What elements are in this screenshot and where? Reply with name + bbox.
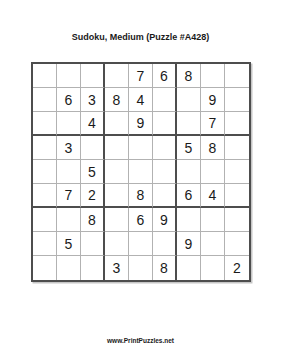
cell-r9c3[interactable] (81, 256, 105, 280)
cell-r6c6[interactable] (153, 184, 177, 208)
cell-r6c2: 7 (57, 184, 81, 208)
cell-r4c3[interactable] (81, 136, 105, 160)
cell-r9c2[interactable] (57, 256, 81, 280)
cell-r7c6: 9 (153, 208, 177, 232)
cell-r9c7[interactable] (177, 256, 201, 280)
cell-r9c5[interactable] (129, 256, 153, 280)
cell-r6c3: 2 (81, 184, 105, 208)
cell-r6c5: 8 (129, 184, 153, 208)
cell-r3c8: 7 (201, 112, 225, 136)
cell-r8c7: 9 (177, 232, 201, 256)
cell-r9c8[interactable] (201, 256, 225, 280)
cell-r8c3[interactable] (81, 232, 105, 256)
cell-r2c5: 4 (129, 88, 153, 112)
cell-r4c9[interactable] (225, 136, 249, 160)
cell-r8c5[interactable] (129, 232, 153, 256)
cell-r6c7: 6 (177, 184, 201, 208)
cell-r8c6[interactable] (153, 232, 177, 256)
footer-url: www.PrintPuzzles.net (0, 337, 281, 344)
cell-r5c3: 5 (81, 160, 105, 184)
sudoku-board: 7686384949735857286486959382 (31, 62, 251, 282)
cell-r8c8[interactable] (201, 232, 225, 256)
cell-r3c7[interactable] (177, 112, 201, 136)
cell-r5c8[interactable] (201, 160, 225, 184)
cell-r4c4[interactable] (105, 136, 129, 160)
cell-r7c3: 8 (81, 208, 105, 232)
cell-r6c8: 4 (201, 184, 225, 208)
cell-r7c2[interactable] (57, 208, 81, 232)
cell-r8c1[interactable] (33, 232, 57, 256)
cell-r3c2[interactable] (57, 112, 81, 136)
cell-r7c9[interactable] (225, 208, 249, 232)
cell-r4c6[interactable] (153, 136, 177, 160)
cell-r5c1[interactable] (33, 160, 57, 184)
cell-r3c6[interactable] (153, 112, 177, 136)
cell-r9c9: 2 (225, 256, 249, 280)
cell-r5c9[interactable] (225, 160, 249, 184)
cell-r1c6: 6 (153, 64, 177, 88)
cell-r2c3: 3 (81, 88, 105, 112)
cell-r1c2[interactable] (57, 64, 81, 88)
cell-r7c4[interactable] (105, 208, 129, 232)
cell-r3c5: 9 (129, 112, 153, 136)
cell-r2c4: 8 (105, 88, 129, 112)
cell-r9c6: 8 (153, 256, 177, 280)
puzzle-title: Sudoku, Medium (Puzzle #A428) (0, 32, 281, 42)
cell-r1c3[interactable] (81, 64, 105, 88)
cell-r8c4[interactable] (105, 232, 129, 256)
cell-r1c4[interactable] (105, 64, 129, 88)
cell-r2c6[interactable] (153, 88, 177, 112)
cell-r7c1[interactable] (33, 208, 57, 232)
cell-r1c9[interactable] (225, 64, 249, 88)
cell-r4c5[interactable] (129, 136, 153, 160)
cell-r2c8: 9 (201, 88, 225, 112)
cell-r7c7[interactable] (177, 208, 201, 232)
cell-r6c1[interactable] (33, 184, 57, 208)
cell-r4c2: 3 (57, 136, 81, 160)
cell-r7c8[interactable] (201, 208, 225, 232)
cell-r2c9[interactable] (225, 88, 249, 112)
cell-r3c3: 4 (81, 112, 105, 136)
cell-r5c7[interactable] (177, 160, 201, 184)
cell-r6c9[interactable] (225, 184, 249, 208)
cell-r6c4[interactable] (105, 184, 129, 208)
cell-r4c7: 5 (177, 136, 201, 160)
cell-r3c4[interactable] (105, 112, 129, 136)
cell-r1c7: 8 (177, 64, 201, 88)
cell-r8c9[interactable] (225, 232, 249, 256)
cell-r1c5: 7 (129, 64, 153, 88)
cell-r7c5: 6 (129, 208, 153, 232)
cell-r3c1[interactable] (33, 112, 57, 136)
cell-r2c1[interactable] (33, 88, 57, 112)
cell-r5c5[interactable] (129, 160, 153, 184)
cell-r1c8[interactable] (201, 64, 225, 88)
puzzle-page: Sudoku, Medium (Puzzle #A428) 7686384949… (0, 0, 281, 363)
cell-r4c8: 8 (201, 136, 225, 160)
cell-r2c7[interactable] (177, 88, 201, 112)
cell-r8c2: 5 (57, 232, 81, 256)
cell-r4c1[interactable] (33, 136, 57, 160)
cell-r5c4[interactable] (105, 160, 129, 184)
cell-r2c2: 6 (57, 88, 81, 112)
cell-r3c9[interactable] (225, 112, 249, 136)
cell-r5c6[interactable] (153, 160, 177, 184)
cell-r1c1[interactable] (33, 64, 57, 88)
cell-r9c1[interactable] (33, 256, 57, 280)
cell-r9c4: 3 (105, 256, 129, 280)
cell-r5c2[interactable] (57, 160, 81, 184)
